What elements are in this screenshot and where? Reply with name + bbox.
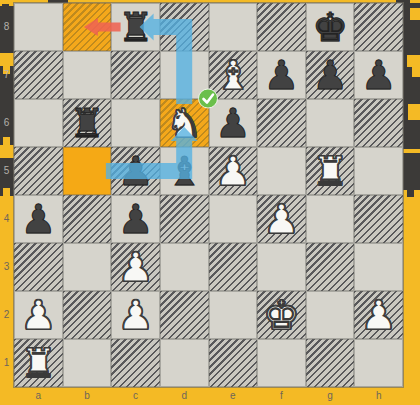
square-f5[interactable] [257,147,306,195]
square-d7[interactable] [160,51,209,99]
square-a2[interactable]: ♟ [14,291,63,339]
square-h6[interactable] [354,99,403,147]
square-c1[interactable] [111,339,160,387]
square-g2[interactable] [306,291,355,339]
square-f4[interactable]: ♟ [257,195,306,243]
jigsaw-border-piece [407,190,414,197]
file-label-e: e [225,390,241,401]
rank-label-7: 7 [0,69,13,81]
square-h1[interactable] [354,339,403,387]
jigsaw-border-piece [3,188,10,197]
square-f3[interactable] [257,243,306,291]
square-b4[interactable] [63,195,112,243]
square-d4[interactable] [160,195,209,243]
piece-white-pawn[interactable]: ♟ [209,147,258,195]
square-c4[interactable]: ♟ [111,195,160,243]
square-g6[interactable] [306,99,355,147]
file-label-d: d [176,390,192,401]
file-label-h: h [371,390,387,401]
rank-label-5: 5 [0,165,13,177]
square-c5[interactable]: ♟ [111,147,160,195]
piece-black-pawn[interactable]: ♟ [306,51,355,99]
square-b7[interactable] [63,51,112,99]
piece-white-pawn[interactable]: ♟ [111,243,160,291]
jigsaw-border-piece [2,4,9,12]
piece-white-king[interactable]: ♚ [257,291,306,339]
square-f6[interactable] [257,99,306,147]
piece-black-pawn[interactable]: ♟ [111,195,160,243]
jigsaw-border-piece [407,55,420,67]
jigsaw-border-piece [408,104,420,120]
square-a8[interactable] [14,3,63,51]
piece-white-pawn[interactable]: ♟ [14,291,63,339]
square-e2[interactable] [209,291,258,339]
file-label-c: c [128,390,144,401]
square-e7[interactable]: ♝ [209,51,258,99]
piece-white-rook[interactable]: ♜ [306,147,355,195]
piece-white-pawn[interactable]: ♟ [257,195,306,243]
rank-label-1: 1 [0,357,13,369]
square-c3[interactable]: ♟ [111,243,160,291]
square-g5[interactable]: ♜ [306,147,355,195]
square-g7[interactable]: ♟ [306,51,355,99]
piece-white-rook[interactable]: ♜ [14,339,63,387]
chessboard-frame: ♜♚♝♟♟♟♜♞♟♟♝♟♜♟♟♟♟♟♟♚♟♜ 87654321abcdefgh [0,0,420,405]
square-f8[interactable] [257,3,306,51]
square-f7[interactable]: ♟ [257,51,306,99]
piece-black-bishop[interactable]: ♝ [160,147,209,195]
square-e3[interactable] [209,243,258,291]
square-f1[interactable] [257,339,306,387]
jigsaw-border-piece [403,3,420,190]
square-a7[interactable] [14,51,63,99]
square-h4[interactable] [354,195,403,243]
square-a4[interactable]: ♟ [14,195,63,243]
square-h8[interactable] [354,3,403,51]
piece-black-pawn[interactable]: ♟ [111,147,160,195]
square-d5[interactable]: ♝ [160,147,209,195]
square-a5[interactable] [14,147,63,195]
file-label-a: a [30,390,46,401]
jigsaw-border-piece [0,53,14,66]
square-d3[interactable] [160,243,209,291]
rank-label-8: 8 [0,21,13,33]
square-e5[interactable]: ♟ [209,147,258,195]
piece-black-pawn[interactable]: ♟ [354,51,403,99]
jigsaw-border-piece [412,67,420,77]
square-a6[interactable] [14,99,63,147]
piece-black-king[interactable]: ♚ [306,3,355,51]
square-c6[interactable] [111,99,160,147]
square-e4[interactable] [209,195,258,243]
square-c8[interactable]: ♜ [111,3,160,51]
square-h5[interactable] [354,147,403,195]
square-e6[interactable]: ♟ [209,99,258,147]
square-b8[interactable] [63,3,112,51]
square-a3[interactable] [14,243,63,291]
square-d6[interactable]: ♞ [160,99,209,147]
piece-white-pawn[interactable]: ♟ [354,291,403,339]
square-b5[interactable] [63,147,112,195]
piece-black-pawn[interactable]: ♟ [14,195,63,243]
piece-white-knight[interactable]: ♞ [160,99,209,147]
piece-black-pawn[interactable]: ♟ [209,99,258,147]
square-b2[interactable] [63,291,112,339]
square-c2[interactable]: ♟ [111,291,160,339]
square-g3[interactable] [306,243,355,291]
piece-black-pawn[interactable]: ♟ [257,51,306,99]
rank-label-2: 2 [0,309,13,321]
square-b6[interactable]: ♜ [63,99,112,147]
rank-label-6: 6 [0,117,13,129]
square-d8[interactable] [160,3,209,51]
square-h2[interactable]: ♟ [354,291,403,339]
square-d1[interactable] [160,339,209,387]
piece-white-bishop[interactable]: ♝ [209,51,258,99]
piece-black-rook[interactable]: ♜ [63,99,112,147]
square-c7[interactable] [111,51,160,99]
square-h7[interactable]: ♟ [354,51,403,99]
jigsaw-border-piece [0,145,14,158]
square-h3[interactable] [354,243,403,291]
rank-label-4: 4 [0,213,13,225]
piece-black-rook[interactable]: ♜ [111,3,160,51]
jigsaw-border-piece [403,149,420,153]
square-g1[interactable] [306,339,355,387]
square-d2[interactable] [160,291,209,339]
square-a1[interactable]: ♜ [14,339,63,387]
square-g8[interactable]: ♚ [306,3,355,51]
square-b3[interactable] [63,243,112,291]
file-label-g: g [322,390,338,401]
square-e8[interactable] [209,3,258,51]
square-b1[interactable] [63,339,112,387]
piece-white-pawn[interactable]: ♟ [111,291,160,339]
square-e1[interactable] [209,339,258,387]
jigsaw-border-piece [3,137,10,145]
rank-label-3: 3 [0,261,13,273]
chess-board: ♜♚♝♟♟♟♜♞♟♟♝♟♜♟♟♟♟♟♟♚♟♜ [14,3,403,387]
file-label-b: b [79,390,95,401]
square-g4[interactable] [306,195,355,243]
square-f2[interactable]: ♚ [257,291,306,339]
file-label-f: f [273,390,289,401]
jigsaw-border-piece [410,8,420,20]
